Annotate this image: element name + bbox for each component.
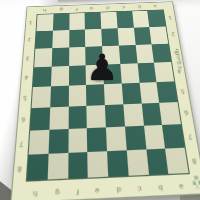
square-f7	[68, 128, 88, 153]
square-g1	[53, 14, 69, 31]
square-a3	[152, 44, 171, 63]
square-c6	[123, 104, 143, 127]
square-f5	[68, 85, 86, 107]
rank-label: 5	[23, 95, 27, 101]
file-label: d	[116, 185, 121, 193]
file-label: g	[55, 188, 60, 196]
file-label: g	[59, 7, 62, 11]
square-a8	[165, 148, 188, 174]
square-c3	[119, 45, 137, 64]
square-e2	[85, 29, 102, 47]
square-h2	[35, 31, 52, 49]
file-label: e	[95, 186, 100, 194]
square-g6	[49, 107, 68, 130]
square-f4	[68, 65, 86, 85]
square-h5	[32, 86, 51, 108]
square-c8	[126, 149, 148, 175]
square-f2	[69, 29, 86, 47]
square-f3	[69, 47, 86, 66]
file-label: d	[106, 5, 110, 9]
square-a2	[150, 26, 169, 44]
square-h7	[29, 130, 50, 155]
square-c5	[122, 83, 142, 105]
square-h3	[34, 48, 52, 67]
chess-board: hgfedcba hgfedcba 12345678 12345678 ©Qui…	[10, 1, 200, 200]
rank-label: 1	[168, 15, 172, 20]
file-label: c	[137, 184, 141, 192]
file-label: c	[122, 5, 125, 9]
square-d1	[100, 12, 117, 29]
square-e6	[87, 105, 106, 128]
rank-label: 8	[17, 165, 22, 172]
square-d8	[107, 150, 128, 176]
rank-label: 6	[21, 117, 25, 123]
rank-label: 1	[29, 20, 33, 25]
file-label: f	[76, 187, 79, 195]
rank-label: 8	[192, 157, 197, 164]
square-d7	[106, 127, 127, 152]
copyright-marking: ©Quiver	[174, 48, 183, 70]
square-g7	[48, 129, 68, 154]
square-a7	[162, 124, 184, 148]
square-f1	[69, 13, 85, 30]
square-c1	[116, 11, 133, 28]
square-d6	[105, 104, 125, 127]
photo-scene: hgfedcba hgfedcba 12345678 12345678 ©Qui…	[0, 0, 200, 200]
file-label: b	[158, 183, 163, 191]
square-c2	[117, 28, 135, 46]
rank-label: 7	[19, 140, 24, 147]
square-h6	[30, 107, 50, 130]
brand-emblem: ♔♕♗♘	[190, 175, 200, 191]
rank-label: 7	[188, 133, 193, 140]
file-label: b	[137, 4, 141, 8]
square-e8	[88, 151, 109, 177]
square-c7	[125, 126, 146, 151]
board-surface: hgfedcba hgfedcba 12345678 12345678 ©Qui…	[10, 1, 200, 200]
square-a4	[154, 62, 174, 82]
square-f6	[68, 106, 87, 129]
file-label: a	[153, 4, 157, 8]
square-g3	[51, 47, 68, 66]
file-label: h	[33, 189, 38, 197]
square-c4	[120, 63, 139, 83]
square-d2	[101, 28, 118, 46]
square-h1	[36, 14, 53, 31]
rank-label: 6	[184, 110, 189, 116]
square-g2	[52, 30, 69, 48]
square-a5	[157, 81, 178, 102]
square-a6	[159, 102, 181, 125]
rank-label: 2	[171, 32, 175, 37]
board-grid	[26, 9, 190, 181]
square-h8	[27, 154, 48, 181]
file-label: e	[90, 6, 93, 10]
rank-label: 5	[180, 89, 185, 95]
file-label: f	[76, 6, 78, 10]
square-g8	[47, 153, 68, 180]
square-g4	[51, 66, 69, 86]
rank-label: 4	[25, 74, 29, 80]
square-g5	[50, 86, 69, 108]
square-a1	[147, 10, 165, 27]
rank-label: 3	[26, 55, 30, 60]
rank-label: 2	[27, 37, 31, 42]
black-pawn: ♟	[86, 50, 110, 86]
file-label: a	[179, 182, 184, 190]
square-e1	[85, 12, 101, 29]
file-label: h	[43, 8, 47, 12]
square-f8	[68, 152, 88, 179]
square-e7	[87, 127, 107, 152]
square-h4	[33, 67, 51, 87]
